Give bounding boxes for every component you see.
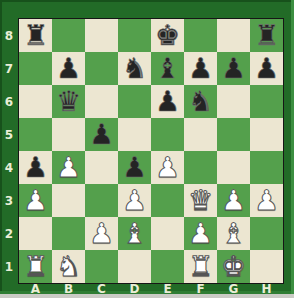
- square-e4[interactable]: ♟: [151, 151, 184, 184]
- square-c2[interactable]: ♟: [85, 217, 118, 250]
- piece-bP-g7[interactable]: ♟: [221, 52, 246, 85]
- square-g8[interactable]: [217, 19, 250, 52]
- square-e8[interactable]: ♚: [151, 19, 184, 52]
- piece-bN-f6[interactable]: ♞: [188, 85, 213, 118]
- square-c5[interactable]: ♟: [85, 118, 118, 151]
- piece-wR-a1[interactable]: ♜: [23, 250, 48, 283]
- piece-bB-e7[interactable]: ♝: [155, 52, 180, 85]
- piece-wP-d3[interactable]: ♟: [122, 184, 147, 217]
- piece-bK-e8[interactable]: ♚: [155, 19, 180, 52]
- piece-wP-a3[interactable]: ♟: [23, 184, 48, 217]
- square-e2[interactable]: [151, 217, 184, 250]
- square-b7[interactable]: ♟: [52, 52, 85, 85]
- square-f5[interactable]: [184, 118, 217, 151]
- square-b2[interactable]: [52, 217, 85, 250]
- piece-wP-b4[interactable]: ♟: [56, 151, 81, 184]
- rank-label-8: 8: [0, 19, 18, 52]
- square-b1[interactable]: ♞: [52, 250, 85, 283]
- square-h3[interactable]: ♟: [250, 184, 283, 217]
- square-b5[interactable]: [52, 118, 85, 151]
- chess-board: ♜♚♜♟♞♝♟♟♟♛♟♞♟♟♟♟♟♟♟♛♟♟♟♝♟♝♜♞♜♚: [19, 19, 283, 283]
- square-d6[interactable]: [118, 85, 151, 118]
- rank-label-6: 6: [0, 85, 18, 118]
- rank-labels: 87654321: [0, 19, 18, 283]
- square-f3[interactable]: ♛: [184, 184, 217, 217]
- square-g6[interactable]: [217, 85, 250, 118]
- square-e1[interactable]: [151, 250, 184, 283]
- square-h8[interactable]: ♜: [250, 19, 283, 52]
- piece-wP-c2[interactable]: ♟: [89, 217, 114, 250]
- square-g3[interactable]: ♟: [217, 184, 250, 217]
- square-d7[interactable]: ♞: [118, 52, 151, 85]
- piece-wQ-f3[interactable]: ♛: [188, 184, 213, 217]
- square-e7[interactable]: ♝: [151, 52, 184, 85]
- board-frame: ♜♚♜♟♞♝♟♟♟♛♟♞♟♟♟♟♟♟♟♛♟♟♟♝♟♝♜♞♜♚: [18, 18, 284, 284]
- square-f7[interactable]: ♟: [184, 52, 217, 85]
- rank-label-1: 1: [0, 250, 18, 283]
- piece-wP-h3[interactable]: ♟: [254, 184, 279, 217]
- square-d3[interactable]: ♟: [118, 184, 151, 217]
- square-g2[interactable]: ♝: [217, 217, 250, 250]
- square-b3[interactable]: [52, 184, 85, 217]
- piece-wR-f1[interactable]: ♜: [188, 250, 213, 283]
- square-d4[interactable]: ♟: [118, 151, 151, 184]
- square-a7[interactable]: [19, 52, 52, 85]
- square-g5[interactable]: [217, 118, 250, 151]
- piece-wP-f2[interactable]: ♟: [188, 217, 213, 250]
- piece-wB-g2[interactable]: ♝: [221, 217, 246, 250]
- piece-wP-e4[interactable]: ♟: [155, 151, 180, 184]
- piece-wP-g3[interactable]: ♟: [221, 184, 246, 217]
- square-d8[interactable]: [118, 19, 151, 52]
- square-a1[interactable]: ♜: [19, 250, 52, 283]
- square-g7[interactable]: ♟: [217, 52, 250, 85]
- square-b6[interactable]: ♛: [52, 85, 85, 118]
- square-e3[interactable]: [151, 184, 184, 217]
- square-f2[interactable]: ♟: [184, 217, 217, 250]
- square-a3[interactable]: ♟: [19, 184, 52, 217]
- square-c3[interactable]: [85, 184, 118, 217]
- piece-bR-a8[interactable]: ♜: [23, 19, 48, 52]
- page-background-strip: [0, 294, 294, 298]
- square-h5[interactable]: [250, 118, 283, 151]
- square-e5[interactable]: [151, 118, 184, 151]
- square-b4[interactable]: ♟: [52, 151, 85, 184]
- square-c6[interactable]: [85, 85, 118, 118]
- piece-bP-c5[interactable]: ♟: [89, 118, 114, 151]
- square-a5[interactable]: [19, 118, 52, 151]
- piece-bP-h7[interactable]: ♟: [254, 52, 279, 85]
- square-d2[interactable]: ♝: [118, 217, 151, 250]
- rank-label-4: 4: [0, 151, 18, 184]
- square-a4[interactable]: ♟: [19, 151, 52, 184]
- square-h2[interactable]: [250, 217, 283, 250]
- piece-wB-d2[interactable]: ♝: [122, 217, 147, 250]
- piece-bP-d4[interactable]: ♟: [122, 151, 147, 184]
- rank-label-7: 7: [0, 52, 18, 85]
- square-a6[interactable]: [19, 85, 52, 118]
- square-b8[interactable]: [52, 19, 85, 52]
- square-f6[interactable]: ♞: [184, 85, 217, 118]
- rank-label-5: 5: [0, 118, 18, 151]
- square-d5[interactable]: [118, 118, 151, 151]
- square-h4[interactable]: [250, 151, 283, 184]
- rank-label-2: 2: [0, 217, 18, 250]
- square-h1[interactable]: [250, 250, 283, 283]
- square-f8[interactable]: [184, 19, 217, 52]
- square-f1[interactable]: ♜: [184, 250, 217, 283]
- square-g1[interactable]: ♚: [217, 250, 250, 283]
- square-g4[interactable]: [217, 151, 250, 184]
- square-c4[interactable]: [85, 151, 118, 184]
- square-d1[interactable]: [118, 250, 151, 283]
- piece-wK-g1[interactable]: ♚: [221, 250, 246, 283]
- piece-bQ-b6[interactable]: ♛: [56, 85, 81, 118]
- square-h6[interactable]: [250, 85, 283, 118]
- square-h7[interactable]: ♟: [250, 52, 283, 85]
- square-e6[interactable]: ♟: [151, 85, 184, 118]
- piece-bP-b7[interactable]: ♟: [56, 52, 81, 85]
- piece-bN-d7[interactable]: ♞: [122, 52, 147, 85]
- square-c8[interactable]: [85, 19, 118, 52]
- square-f4[interactable]: [184, 151, 217, 184]
- piece-bR-h8[interactable]: ♜: [254, 19, 279, 52]
- square-a2[interactable]: [19, 217, 52, 250]
- piece-bP-e6[interactable]: ♟: [155, 85, 180, 118]
- chessboard-widget: 87654321 ♜♚♜♟♞♝♟♟♟♛♟♞♟♟♟♟♟♟♟♛♟♟♟♝♟♝♜♞♜♚ …: [0, 0, 294, 298]
- rank-label-3: 3: [0, 184, 18, 217]
- piece-wN-b1[interactable]: ♞: [56, 250, 81, 283]
- square-a8[interactable]: ♜: [19, 19, 52, 52]
- square-c1[interactable]: [85, 250, 118, 283]
- piece-bP-f7[interactable]: ♟: [188, 52, 213, 85]
- square-c7[interactable]: [85, 52, 118, 85]
- piece-bP-a4[interactable]: ♟: [23, 151, 48, 184]
